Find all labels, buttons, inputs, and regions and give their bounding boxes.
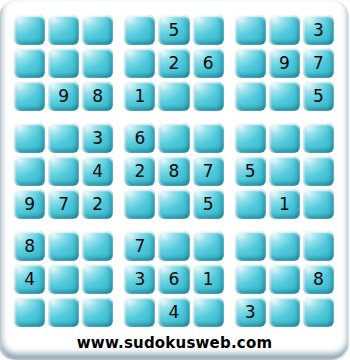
cell-r7c8[interactable] [269,231,300,261]
cell-r6c1[interactable]: 9 [14,189,45,219]
cell-r8c7[interactable] [235,264,266,294]
cell-r3c1[interactable] [14,81,45,111]
cell-r9c1[interactable] [14,297,45,327]
cell-r6c8[interactable]: 1 [269,189,300,219]
cell-r7c6[interactable] [193,231,224,261]
cell-r8c8[interactable] [269,264,300,294]
cell-r8c6[interactable]: 1 [193,264,224,294]
cell-r3c2[interactable]: 9 [48,81,79,111]
box-1-1: 98 [11,12,116,114]
cell-r6c4[interactable] [124,189,155,219]
cell-r2c4[interactable] [124,48,155,78]
cell-r7c3[interactable] [82,231,113,261]
cell-r2c3[interactable] [82,48,113,78]
cell-r2c8[interactable]: 9 [269,48,300,78]
sudoku-screenshot: 9852613975349726287551847361483 www.sudo… [0,0,350,360]
cell-r2c7[interactable] [235,48,266,78]
cell-r4c1[interactable] [14,123,45,153]
cell-r5c8[interactable] [269,156,300,186]
cell-r8c2[interactable] [48,264,79,294]
box-1-2: 5261 [121,12,226,114]
cell-r4c5[interactable] [158,123,189,153]
cell-r8c5[interactable]: 6 [158,264,189,294]
cell-r2c9[interactable]: 7 [303,48,334,78]
cell-r8c1[interactable]: 4 [14,264,45,294]
cell-r9c7[interactable]: 3 [235,297,266,327]
sudoku-frame: 9852613975349726287551847361483 www.sudo… [1,0,348,358]
cell-r4c7[interactable] [235,123,266,153]
cell-r6c7[interactable] [235,189,266,219]
cell-r3c4[interactable]: 1 [124,81,155,111]
cell-r5c2[interactable] [48,156,79,186]
cell-r4c2[interactable] [48,123,79,153]
cell-r9c4[interactable] [124,297,155,327]
cell-r5c7[interactable]: 5 [235,156,266,186]
cell-r4c9[interactable] [303,123,334,153]
cell-r6c3[interactable]: 2 [82,189,113,219]
cell-r2c2[interactable] [48,48,79,78]
cell-r5c5[interactable]: 8 [158,156,189,186]
cell-r7c1[interactable]: 8 [14,231,45,261]
cell-r9c6[interactable] [193,297,224,327]
cell-r3c9[interactable]: 5 [303,81,334,111]
cell-r1c8[interactable] [269,15,300,45]
cell-r1c3[interactable] [82,15,113,45]
cell-r3c6[interactable] [193,81,224,111]
box-3-2: 73614 [121,228,226,330]
cell-r5c1[interactable] [14,156,45,186]
cell-r3c5[interactable] [158,81,189,111]
cell-r6c6[interactable]: 5 [193,189,224,219]
cell-r4c8[interactable] [269,123,300,153]
cell-r1c4[interactable] [124,15,155,45]
cell-r2c5[interactable]: 2 [158,48,189,78]
cell-r9c8[interactable] [269,297,300,327]
cell-r7c2[interactable] [48,231,79,261]
cell-r6c9[interactable] [303,189,334,219]
cell-r9c9[interactable] [303,297,334,327]
cell-r1c2[interactable] [48,15,79,45]
cell-r5c3[interactable]: 4 [82,156,113,186]
box-2-1: 34972 [11,120,116,222]
cell-r6c5[interactable] [158,189,189,219]
cell-r3c7[interactable] [235,81,266,111]
cell-r4c6[interactable] [193,123,224,153]
cell-r1c7[interactable] [235,15,266,45]
cell-r7c7[interactable] [235,231,266,261]
cell-r9c5[interactable]: 4 [158,297,189,327]
cell-r4c3[interactable]: 3 [82,123,113,153]
cell-r1c1[interactable] [14,15,45,45]
box-2-3: 51 [232,120,337,222]
cell-r2c1[interactable] [14,48,45,78]
cell-r1c5[interactable]: 5 [158,15,189,45]
cell-r8c3[interactable] [82,264,113,294]
box-2-2: 62875 [121,120,226,222]
footer-url: www.sudokusweb.com [1,334,348,354]
cell-r7c4[interactable]: 7 [124,231,155,261]
cell-r5c4[interactable]: 2 [124,156,155,186]
box-3-3: 83 [232,228,337,330]
cell-r7c5[interactable] [158,231,189,261]
cell-r2c6[interactable]: 6 [193,48,224,78]
cell-r6c2[interactable]: 7 [48,189,79,219]
cell-r5c6[interactable]: 7 [193,156,224,186]
cell-r9c2[interactable] [48,297,79,327]
cell-r9c3[interactable] [82,297,113,327]
sudoku-board: 9852613975349726287551847361483 [11,12,337,330]
cell-r4c4[interactable]: 6 [124,123,155,153]
cell-r3c8[interactable] [269,81,300,111]
cell-r5c9[interactable] [303,156,334,186]
box-1-3: 3975 [232,12,337,114]
cell-r7c9[interactable] [303,231,334,261]
cell-r8c9[interactable]: 8 [303,264,334,294]
cell-r3c3[interactable]: 8 [82,81,113,111]
cell-r8c4[interactable]: 3 [124,264,155,294]
box-3-1: 84 [11,228,116,330]
cell-r1c9[interactable]: 3 [303,15,334,45]
cell-r1c6[interactable] [193,15,224,45]
